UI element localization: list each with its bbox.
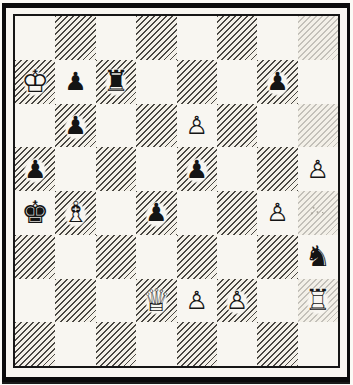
square-f5[interactable]	[217, 147, 257, 191]
white-pawn-g4: ♙	[257, 191, 297, 235]
square-d7[interactable]	[136, 60, 176, 104]
square-g8[interactable]	[257, 16, 297, 60]
black-king-a4: ♚	[15, 191, 55, 235]
square-d1[interactable]	[136, 322, 176, 366]
square-a6[interactable]	[15, 104, 55, 148]
square-h6[interactable]	[298, 104, 338, 148]
black-pawn-e5: ♟	[177, 147, 217, 191]
square-a3[interactable]	[15, 235, 55, 279]
square-c6[interactable]	[96, 104, 136, 148]
square-g2[interactable]	[257, 279, 297, 323]
square-h2[interactable]: ♖	[298, 279, 338, 323]
square-a7[interactable]: ♔	[15, 60, 55, 104]
square-g1[interactable]	[257, 322, 297, 366]
square-f7[interactable]	[217, 60, 257, 104]
square-e7[interactable]	[177, 60, 217, 104]
square-f2[interactable]: ♙	[217, 279, 257, 323]
square-h1[interactable]	[298, 322, 338, 366]
square-g3[interactable]	[257, 235, 297, 279]
white-queen-d2: ♕	[136, 279, 176, 323]
square-e4[interactable]	[177, 191, 217, 235]
square-b7[interactable]: ♟	[55, 60, 95, 104]
square-b8[interactable]	[55, 16, 95, 60]
black-pawn-b6: ♟	[55, 104, 95, 148]
square-f1[interactable]	[217, 322, 257, 366]
square-h8[interactable]	[298, 16, 338, 60]
square-h3[interactable]: ♞	[298, 235, 338, 279]
square-b5[interactable]	[55, 147, 95, 191]
square-c7[interactable]: ♜	[96, 60, 136, 104]
white-pawn-f2: ♙	[217, 279, 257, 323]
square-c1[interactable]	[96, 322, 136, 366]
square-a1[interactable]	[15, 322, 55, 366]
white-pawn-e2: ♙	[177, 279, 217, 323]
square-c4[interactable]	[96, 191, 136, 235]
square-b4[interactable]: ♗	[55, 191, 95, 235]
square-c8[interactable]	[96, 16, 136, 60]
square-e2[interactable]: ♙	[177, 279, 217, 323]
black-pawn-d4: ♟	[136, 191, 176, 235]
square-f6[interactable]	[217, 104, 257, 148]
square-a4[interactable]: ♚	[15, 191, 55, 235]
square-d5[interactable]	[136, 147, 176, 191]
square-b6[interactable]: ♟	[55, 104, 95, 148]
ink-smudge: ∴﹐	[294, 184, 343, 235]
square-e8[interactable]	[177, 16, 217, 60]
square-e3[interactable]	[177, 235, 217, 279]
square-g5[interactable]	[257, 147, 297, 191]
square-b1[interactable]	[55, 322, 95, 366]
square-c2[interactable]	[96, 279, 136, 323]
square-e1[interactable]	[177, 322, 217, 366]
square-h7[interactable]	[298, 60, 338, 104]
square-d4[interactable]: ♟	[136, 191, 176, 235]
square-b3[interactable]	[55, 235, 95, 279]
square-d8[interactable]	[136, 16, 176, 60]
square-g4[interactable]: ♙	[257, 191, 297, 235]
square-d2[interactable]: ♕	[136, 279, 176, 323]
black-rook-c7: ♜	[96, 60, 136, 104]
square-f8[interactable]	[217, 16, 257, 60]
square-e6[interactable]: ♙	[177, 104, 217, 148]
white-king-a7: ♔	[15, 60, 55, 104]
square-a8[interactable]	[15, 16, 55, 60]
square-d6[interactable]	[136, 104, 176, 148]
white-bishop-b4: ♗	[55, 191, 95, 235]
square-h4[interactable]: ∴﹐	[298, 191, 338, 235]
board: ♔♟♜♟♟♙♟♟♙♚♗♟♙∴﹐♞♕♙♙♖	[15, 16, 338, 366]
black-knight-h3: ♞	[298, 235, 338, 279]
white-pawn-e6: ♙	[177, 104, 217, 148]
square-a2[interactable]	[15, 279, 55, 323]
square-a5[interactable]: ♟	[15, 147, 55, 191]
square-e5[interactable]: ♟	[177, 147, 217, 191]
square-d3[interactable]	[136, 235, 176, 279]
board-outer-frame: ♔♟♜♟♟♙♟♟♙♚♗♟♙∴﹐♞♕♙♙♖	[2, 3, 350, 382]
black-pawn-g7: ♟	[257, 60, 297, 104]
black-pawn-b7: ♟	[55, 60, 95, 104]
square-g7[interactable]: ♟	[257, 60, 297, 104]
square-g6[interactable]	[257, 104, 297, 148]
white-rook-h2: ♖	[298, 279, 338, 323]
square-f4[interactable]	[217, 191, 257, 235]
board-inner-frame: ♔♟♜♟♟♙♟♟♙♚♗♟♙∴﹐♞♕♙♙♖	[13, 14, 340, 368]
black-pawn-a5: ♟	[15, 147, 55, 191]
square-f3[interactable]	[217, 235, 257, 279]
square-c3[interactable]	[96, 235, 136, 279]
square-b2[interactable]	[55, 279, 95, 323]
square-c5[interactable]	[96, 147, 136, 191]
